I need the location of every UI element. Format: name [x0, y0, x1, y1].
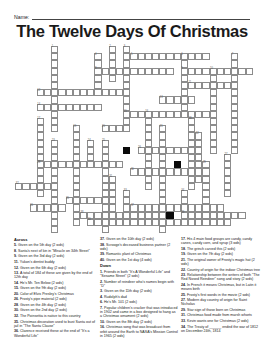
grid-cell[interactable]	[44, 204, 51, 211]
grid-cell[interactable]	[51, 82, 58, 89]
grid-cell[interactable]	[166, 168, 173, 175]
grid-cell[interactable]	[51, 60, 58, 67]
grid-cell[interactable]	[202, 197, 209, 204]
grid-cell[interactable]	[188, 154, 195, 161]
grid-cell[interactable]	[37, 132, 44, 139]
grid-cell[interactable]	[87, 197, 94, 204]
grid-cell[interactable]	[51, 168, 58, 175]
grid-cell[interactable]	[231, 82, 238, 89]
grid-cell[interactable]	[217, 204, 224, 211]
grid-cell[interactable]	[80, 197, 87, 204]
grid-cell[interactable]	[116, 161, 123, 168]
grid-cell[interactable]	[202, 204, 209, 211]
grid-cell[interactable]	[181, 111, 188, 118]
grid-cell[interactable]	[51, 190, 58, 197]
grid-cell[interactable]	[102, 89, 109, 96]
grid-cell[interactable]	[188, 212, 195, 219]
grid-cell[interactable]	[37, 147, 44, 154]
grid-cell[interactable]	[123, 82, 130, 89]
grid-cell[interactable]	[145, 154, 152, 161]
grid-cell[interactable]	[210, 89, 217, 96]
grid-cell[interactable]	[109, 212, 116, 219]
grid-cell[interactable]	[217, 212, 224, 219]
grid-cell[interactable]	[159, 111, 166, 118]
grid-cell[interactable]	[195, 219, 202, 226]
grid-cell[interactable]	[159, 53, 166, 60]
grid-cell[interactable]	[224, 183, 231, 190]
grid-cell[interactable]	[51, 125, 58, 132]
grid-cell[interactable]	[51, 161, 58, 168]
grid-cell[interactable]	[210, 104, 217, 111]
grid-cell[interactable]	[123, 89, 130, 96]
grid-cell[interactable]	[94, 212, 101, 219]
grid-cell[interactable]	[37, 176, 44, 183]
grid-cell[interactable]	[109, 60, 116, 67]
grid-cell[interactable]	[231, 140, 238, 147]
grid-cell[interactable]	[159, 154, 166, 161]
cell-number-6: 6	[181, 54, 182, 57]
grid-cell[interactable]	[159, 168, 166, 175]
grid-cell[interactable]	[210, 96, 217, 103]
grid-cell[interactable]	[224, 68, 231, 75]
grid-cell[interactable]	[202, 53, 209, 60]
grid-cell[interactable]	[202, 219, 209, 226]
grid-cell[interactable]	[181, 197, 188, 204]
grid-cell[interactable]	[130, 68, 137, 75]
grid-cell[interactable]	[51, 96, 58, 103]
grid-cell[interactable]	[195, 176, 202, 183]
grid-cell[interactable]	[94, 89, 101, 96]
grid-cell[interactable]	[66, 104, 73, 111]
grid-cell[interactable]	[145, 204, 152, 211]
grid-cell[interactable]	[73, 161, 80, 168]
grid-cell[interactable]	[102, 161, 109, 168]
grid-cell[interactable]	[73, 89, 80, 96]
grid-cell[interactable]	[246, 68, 253, 75]
grid-cell[interactable]	[123, 212, 130, 219]
grid-cell[interactable]	[37, 140, 44, 147]
grid-cell[interactable]	[174, 111, 181, 118]
grid-cell[interactable]	[195, 82, 202, 89]
grid-cell[interactable]	[58, 161, 65, 168]
grid-cell[interactable]	[123, 118, 130, 125]
grid-cell[interactable]	[152, 212, 159, 219]
grid-cell[interactable]	[231, 132, 238, 139]
grid-cell[interactable]	[174, 204, 181, 211]
grid-cell[interactable]	[224, 190, 231, 197]
clue-22: 22. Country of origin for the indoor Chr…	[181, 268, 260, 272]
grid-cell[interactable]	[202, 82, 209, 89]
grid-cell[interactable]	[87, 104, 94, 111]
grid-cell[interactable]	[188, 161, 195, 168]
grid-cell[interactable]	[58, 89, 65, 96]
grid-cell[interactable]	[87, 89, 94, 96]
cell-number-17: 17	[37, 118, 40, 121]
grid-cell[interactable]	[102, 197, 109, 204]
grid-cell[interactable]	[166, 96, 173, 103]
grid-cell[interactable]	[181, 147, 188, 154]
grid-cell[interactable]	[80, 104, 87, 111]
grid-cell[interactable]	[73, 190, 80, 197]
grid-cell[interactable]	[159, 183, 166, 190]
grid-cell[interactable]	[210, 140, 217, 147]
grid-cell[interactable]	[37, 168, 44, 175]
grid-cell[interactable]	[195, 154, 202, 161]
grid-cell[interactable]	[123, 219, 130, 226]
grid-cell[interactable]	[73, 147, 80, 154]
grid-cell[interactable]	[159, 176, 166, 183]
grid-cell[interactable]	[159, 140, 166, 147]
grid-cell[interactable]	[145, 219, 152, 226]
crossword-grid[interactable]: 1234567891011121314151617181920212223242…	[8, 46, 253, 234]
grid-cell[interactable]	[123, 125, 130, 132]
grid-cell[interactable]	[109, 161, 116, 168]
grid-cell[interactable]	[109, 75, 116, 82]
grid-cell[interactable]	[174, 96, 181, 103]
grid-cell[interactable]	[37, 183, 44, 190]
grid-cell[interactable]	[73, 104, 80, 111]
grid-cell[interactable]	[94, 75, 101, 82]
grid-cell[interactable]	[51, 197, 58, 204]
grid-cell[interactable]	[224, 176, 231, 183]
grid-cell[interactable]	[145, 161, 152, 168]
grid-cell[interactable]	[202, 68, 209, 75]
grid-cell[interactable]	[166, 111, 173, 118]
grid-cell[interactable]	[22, 183, 29, 190]
grid-cell[interactable]	[109, 219, 116, 226]
grid-cell[interactable]	[138, 53, 145, 60]
cell-number-15: 15	[124, 111, 127, 114]
grid-cell[interactable]	[102, 176, 109, 183]
grid-cell[interactable]	[51, 75, 58, 82]
grid-cell[interactable]	[73, 183, 80, 190]
grid-cell[interactable]	[51, 226, 58, 233]
grid-cell[interactable]	[152, 147, 159, 154]
grid-cell[interactable]	[30, 183, 37, 190]
grid-cell[interactable]	[109, 53, 116, 60]
grid-cell[interactable]	[159, 212, 166, 219]
clue-15: 15. Given on the 9th day (2 wds)	[14, 286, 98, 290]
grid-cell[interactable]	[145, 183, 152, 190]
grid-cell[interactable]	[188, 204, 195, 211]
grid-cell[interactable]	[166, 219, 173, 226]
clue-10: 10. Given on the 8th day (2 wds)	[100, 320, 178, 324]
grid-cell[interactable]	[123, 197, 130, 204]
grid-cell[interactable]	[195, 140, 202, 147]
grid-cell[interactable]	[210, 219, 217, 226]
grid-cell[interactable]	[152, 68, 159, 75]
grid-cell[interactable]	[217, 68, 224, 75]
grid-cell[interactable]	[51, 212, 58, 219]
grid-cell[interactable]	[102, 219, 109, 226]
grid-cell[interactable]	[116, 125, 123, 132]
grid-cell[interactable]	[195, 161, 202, 168]
grid-cell[interactable]	[202, 111, 209, 118]
grid-cell[interactable]	[210, 132, 217, 139]
grid-cell[interactable]	[145, 212, 152, 219]
grid-cell[interactable]	[145, 176, 152, 183]
grid-cell[interactable]	[217, 82, 224, 89]
grid-cell[interactable]	[166, 147, 173, 154]
grid-cell[interactable]	[188, 132, 195, 139]
grid-cell[interactable]	[210, 212, 217, 219]
grid-cell[interactable]	[145, 118, 152, 125]
grid-cell[interactable]	[130, 111, 137, 118]
grid-cell[interactable]	[195, 147, 202, 154]
grid-cell[interactable]	[181, 104, 188, 111]
grid-cell[interactable]	[123, 53, 130, 60]
grid-cell[interactable]	[159, 161, 166, 168]
grid-cell[interactable]	[181, 96, 188, 103]
grid-cell[interactable]	[231, 118, 238, 125]
grid-cell[interactable]	[102, 154, 109, 161]
grid-cell[interactable]	[87, 147, 94, 154]
grid-cell[interactable]	[44, 89, 51, 96]
grid-cell[interactable]	[87, 161, 94, 168]
grid-cell[interactable]	[109, 68, 116, 75]
grid-cell[interactable]	[145, 125, 152, 132]
grid-cell[interactable]	[181, 168, 188, 175]
grid-cell[interactable]	[174, 219, 181, 226]
grid-cell[interactable]	[44, 183, 51, 190]
grid-cell[interactable]	[87, 154, 94, 161]
grid-cell[interactable]	[80, 161, 87, 168]
grid-cell[interactable]	[94, 82, 101, 89]
grid-cell[interactable]	[181, 75, 188, 82]
grid-cell[interactable]	[51, 118, 58, 125]
grid-cell[interactable]	[145, 140, 152, 147]
cell-number-16: 16	[145, 111, 148, 114]
grid-cell[interactable]	[238, 212, 245, 219]
grid-cell[interactable]	[80, 89, 87, 96]
grid-cell[interactable]	[138, 68, 145, 75]
grid-cell[interactable]	[123, 75, 130, 82]
grid-cell[interactable]	[130, 212, 137, 219]
grid-cell[interactable]	[73, 140, 80, 147]
grid-cell[interactable]	[231, 104, 238, 111]
grid-cell[interactable]	[37, 190, 44, 197]
grid-cell[interactable]	[51, 154, 58, 161]
grid-cell[interactable]	[181, 89, 188, 96]
grid-cell[interactable]	[138, 168, 145, 175]
grid-cell[interactable]	[94, 219, 101, 226]
grid-cell[interactable]	[224, 219, 231, 226]
cell-number-11: 11	[189, 82, 192, 85]
grid-cell[interactable]	[51, 204, 58, 211]
grid-cell[interactable]	[152, 111, 159, 118]
grid-cell[interactable]	[116, 68, 123, 75]
grid-cell[interactable]	[159, 219, 166, 226]
grid-cell[interactable]	[210, 125, 217, 132]
grid-cell[interactable]	[188, 219, 195, 226]
grid-cell[interactable]	[202, 176, 209, 183]
cell-number-23: 23	[52, 140, 55, 143]
grid-cell[interactable]	[116, 219, 123, 226]
grid-cell[interactable]	[231, 212, 238, 219]
grid-cell[interactable]	[66, 161, 73, 168]
clue-16: 16. Christmas song that was broadcast fr…	[100, 325, 178, 338]
grid-cell[interactable]	[73, 132, 80, 139]
grid-cell[interactable]	[210, 75, 217, 82]
grid-cell[interactable]	[44, 161, 51, 168]
grid-cell[interactable]	[181, 82, 188, 89]
grid-cell[interactable]	[195, 68, 202, 75]
grid-cell[interactable]	[145, 168, 152, 175]
grid-cell[interactable]	[159, 204, 166, 211]
grid-cell[interactable]	[202, 190, 209, 197]
grid-cell[interactable]	[231, 111, 238, 118]
cell-number-10: 10	[210, 68, 213, 71]
grid-cell[interactable]	[188, 125, 195, 132]
grid-cell[interactable]	[188, 176, 195, 183]
grid-cell[interactable]	[51, 176, 58, 183]
grid-cell[interactable]	[159, 132, 166, 139]
cell-number-37: 37	[131, 205, 134, 208]
grid-cell[interactable]	[51, 53, 58, 60]
grid-cell[interactable]	[94, 104, 101, 111]
grid-cell[interactable]	[73, 176, 80, 183]
grid-cell[interactable]	[51, 104, 58, 111]
grid-cell[interactable]	[145, 68, 152, 75]
grid-cell[interactable]	[145, 53, 152, 60]
grid-cell[interactable]	[130, 219, 137, 226]
grid-cell[interactable]	[210, 111, 217, 118]
grid-cell[interactable]	[102, 190, 109, 197]
grid-cell[interactable]	[174, 53, 181, 60]
grid-cell[interactable]	[231, 68, 238, 75]
grid-cell[interactable]	[202, 183, 209, 190]
grid-cell[interactable]	[102, 204, 109, 211]
grid-cell[interactable]	[188, 53, 195, 60]
grid-cell[interactable]	[152, 168, 159, 175]
grid-cell[interactable]	[238, 68, 245, 75]
grid-cell[interactable]	[188, 140, 195, 147]
grid-cell[interactable]	[210, 118, 217, 125]
grid-cell[interactable]	[231, 96, 238, 103]
grid-cell[interactable]	[51, 111, 58, 118]
grid-cell[interactable]	[159, 226, 166, 233]
grid-cell[interactable]	[145, 132, 152, 139]
grid-cell[interactable]	[166, 204, 173, 211]
grid-cell[interactable]	[37, 125, 44, 132]
grid-cell[interactable]	[188, 147, 195, 154]
grid-cell[interactable]	[152, 53, 159, 60]
grid-cell[interactable]	[102, 168, 109, 175]
grid-cell[interactable]	[51, 89, 58, 96]
grid-cell[interactable]	[109, 204, 116, 211]
grid-cell[interactable]	[138, 219, 145, 226]
grid-cell[interactable]	[51, 183, 58, 190]
grid-cell[interactable]	[123, 68, 130, 75]
grid-cell[interactable]	[109, 197, 116, 204]
grid-cell[interactable]	[159, 197, 166, 204]
grid-cell[interactable]	[188, 68, 195, 75]
grid-cell[interactable]	[102, 147, 109, 154]
grid-cell[interactable]	[159, 68, 166, 75]
grid-cell[interactable]	[195, 168, 202, 175]
grid-cell[interactable]	[51, 219, 58, 226]
grid-cell[interactable]	[51, 68, 58, 75]
grid-cell[interactable]	[37, 204, 44, 211]
grid-cell[interactable]	[152, 219, 159, 226]
grid-cell[interactable]	[231, 147, 238, 154]
grid-cell[interactable]	[174, 147, 181, 154]
grid-cell[interactable]	[116, 212, 123, 219]
grid-cell[interactable]	[109, 183, 116, 190]
grid-cell[interactable]	[58, 204, 65, 211]
grid-cell[interactable]	[188, 168, 195, 175]
grid-cell[interactable]	[166, 68, 173, 75]
grid-cell[interactable]	[195, 111, 202, 118]
grid-cell[interactable]	[123, 96, 130, 103]
grid-cell[interactable]	[109, 125, 116, 132]
grid-cell[interactable]	[116, 89, 123, 96]
grid-cell[interactable]	[102, 212, 109, 219]
grid-cell[interactable]	[195, 212, 202, 219]
grid-cell[interactable]	[231, 89, 238, 96]
grid-cell[interactable]	[73, 212, 80, 219]
grid-cell[interactable]	[166, 53, 173, 60]
grid-cell[interactable]	[109, 190, 116, 197]
grid-cell[interactable]	[102, 183, 109, 190]
grid-cell[interactable]	[231, 60, 238, 67]
grid-cell[interactable]	[181, 219, 188, 226]
name-blank-line[interactable]	[32, 14, 250, 20]
grid-cell[interactable]	[159, 190, 166, 197]
grid-cell[interactable]	[174, 168, 181, 175]
grid-cell[interactable]	[51, 147, 58, 154]
grid-cell[interactable]	[66, 89, 73, 96]
grid-cell[interactable]	[224, 212, 231, 219]
grid-cell[interactable]	[123, 60, 130, 67]
grid-cell[interactable]	[195, 53, 202, 60]
grid-cell[interactable]	[73, 219, 80, 226]
grid-cell[interactable]	[73, 204, 80, 211]
grid-cell[interactable]	[224, 161, 231, 168]
grid-cell[interactable]	[224, 168, 231, 175]
grid-cell[interactable]	[188, 183, 195, 190]
grid-cell[interactable]	[202, 168, 209, 175]
grid-cell[interactable]	[145, 147, 152, 154]
grid-cell[interactable]	[202, 212, 209, 219]
grid-cell[interactable]	[210, 82, 217, 89]
grid-cell[interactable]	[195, 204, 202, 211]
grid-cell[interactable]	[217, 219, 224, 226]
grid-cell[interactable]	[210, 204, 217, 211]
grid-cell[interactable]	[73, 197, 80, 204]
grid-cell[interactable]	[152, 204, 159, 211]
grid-cell[interactable]	[102, 226, 109, 233]
grid-cell[interactable]	[138, 204, 145, 211]
grid-cell[interactable]	[231, 75, 238, 82]
grid-cell[interactable]	[123, 204, 130, 211]
grid-cell[interactable]	[58, 104, 65, 111]
grid-cell[interactable]	[73, 154, 80, 161]
grid-cell[interactable]	[231, 125, 238, 132]
grid-cell[interactable]	[109, 89, 116, 96]
grid-cell[interactable]	[44, 104, 51, 111]
grid-cell[interactable]	[102, 68, 109, 75]
grid-cell[interactable]	[138, 212, 145, 219]
grid-cell[interactable]	[94, 197, 101, 204]
grid-cell[interactable]	[159, 147, 166, 154]
grid-cell[interactable]	[188, 96, 195, 103]
grid-cell[interactable]	[224, 82, 231, 89]
grid-cell[interactable]	[73, 168, 80, 175]
grid-cell[interactable]	[138, 111, 145, 118]
grid-cell[interactable]	[94, 161, 101, 168]
grid-cell[interactable]	[210, 147, 217, 154]
